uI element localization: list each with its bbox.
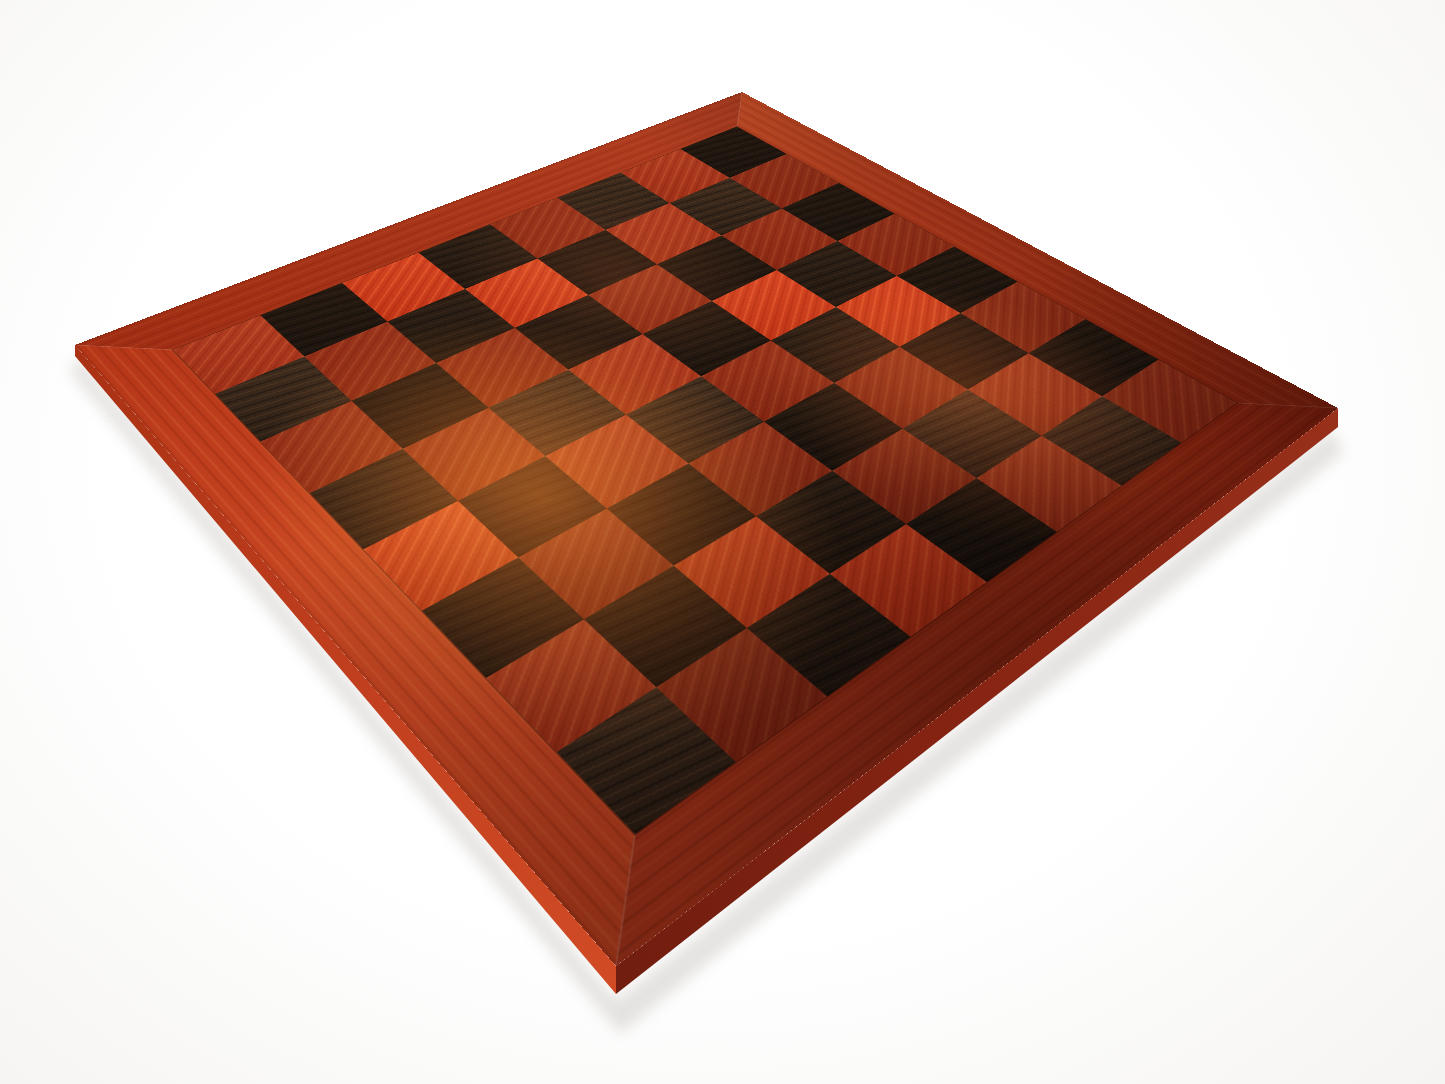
scene — [0, 0, 1445, 1084]
